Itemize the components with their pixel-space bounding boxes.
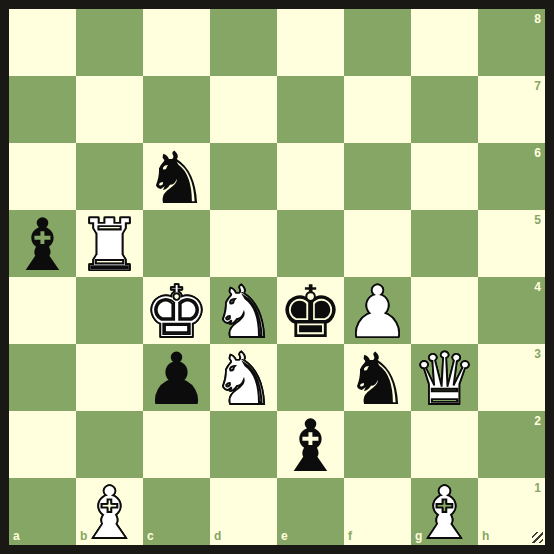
square-e2[interactable]: ♝ <box>277 411 344 478</box>
file-label-d: d <box>214 530 221 542</box>
square-c3[interactable]: ♟ <box>143 344 210 411</box>
square-f5[interactable] <box>344 210 411 277</box>
square-h5[interactable]: 5 <box>478 210 545 277</box>
square-c4[interactable]: ♚ <box>143 277 210 344</box>
square-e5[interactable] <box>277 210 344 277</box>
square-g2[interactable] <box>411 411 478 478</box>
file-label-c: c <box>147 530 154 542</box>
square-d3[interactable]: ♞ <box>210 344 277 411</box>
square-e4[interactable]: ♚ <box>277 277 344 344</box>
piece-black-king[interactable]: ♚ <box>278 279 343 346</box>
piece-white-pawn[interactable]: ♟ <box>345 279 410 346</box>
rank-label-1: 1 <box>534 482 541 494</box>
square-g6[interactable] <box>411 143 478 210</box>
chessboard-grid: 87♞6♝♜5♚♞♚♟4♟♞♞♛3♝2ab♝cdefg♝1h <box>9 9 545 545</box>
rank-label-2: 2 <box>534 415 541 427</box>
rank-label-8: 8 <box>534 13 541 25</box>
piece-black-knight[interactable]: ♞ <box>345 346 410 413</box>
square-d6[interactable] <box>210 143 277 210</box>
file-label-h: h <box>482 530 489 542</box>
square-a8[interactable] <box>9 9 76 76</box>
square-b6[interactable] <box>76 143 143 210</box>
square-c8[interactable] <box>143 9 210 76</box>
square-b3[interactable] <box>76 344 143 411</box>
square-g8[interactable] <box>411 9 478 76</box>
square-a5[interactable]: ♝ <box>9 210 76 277</box>
square-d2[interactable] <box>210 411 277 478</box>
square-b8[interactable] <box>76 9 143 76</box>
rank-label-6: 6 <box>534 147 541 159</box>
square-b5[interactable]: ♜ <box>76 210 143 277</box>
square-d5[interactable] <box>210 210 277 277</box>
square-b4[interactable] <box>76 277 143 344</box>
piece-black-pawn[interactable]: ♟ <box>144 346 209 413</box>
square-d1[interactable]: d <box>210 478 277 545</box>
piece-white-bishop[interactable]: ♝ <box>77 480 142 547</box>
square-c7[interactable] <box>143 76 210 143</box>
square-a2[interactable] <box>9 411 76 478</box>
square-d8[interactable] <box>210 9 277 76</box>
piece-black-bishop[interactable]: ♝ <box>278 413 343 480</box>
square-b7[interactable] <box>76 76 143 143</box>
square-f2[interactable] <box>344 411 411 478</box>
square-f7[interactable] <box>344 76 411 143</box>
square-h4[interactable]: 4 <box>478 277 545 344</box>
rank-label-3: 3 <box>534 348 541 360</box>
square-h3[interactable]: 3 <box>478 344 545 411</box>
square-h1[interactable]: 1h <box>478 478 545 545</box>
square-h2[interactable]: 2 <box>478 411 545 478</box>
square-h7[interactable]: 7 <box>478 76 545 143</box>
resize-handle-icon[interactable] <box>532 532 543 543</box>
square-a3[interactable] <box>9 344 76 411</box>
square-e1[interactable]: e <box>277 478 344 545</box>
square-e6[interactable] <box>277 143 344 210</box>
square-b2[interactable] <box>76 411 143 478</box>
piece-black-bishop[interactable]: ♝ <box>10 212 75 279</box>
rank-label-4: 4 <box>534 281 541 293</box>
square-c6[interactable]: ♞ <box>143 143 210 210</box>
square-a1[interactable]: a <box>9 478 76 545</box>
piece-white-queen[interactable]: ♛ <box>412 346 477 413</box>
square-g5[interactable] <box>411 210 478 277</box>
rank-label-5: 5 <box>534 214 541 226</box>
square-h6[interactable]: 6 <box>478 143 545 210</box>
square-a6[interactable] <box>9 143 76 210</box>
square-b1[interactable]: b♝ <box>76 478 143 545</box>
square-c5[interactable] <box>143 210 210 277</box>
square-g1[interactable]: g♝ <box>411 478 478 545</box>
square-g4[interactable] <box>411 277 478 344</box>
piece-white-knight[interactable]: ♞ <box>211 346 276 413</box>
square-e8[interactable] <box>277 9 344 76</box>
file-label-e: e <box>281 530 288 542</box>
square-d4[interactable]: ♞ <box>210 277 277 344</box>
piece-white-king[interactable]: ♚ <box>144 279 209 346</box>
square-e7[interactable] <box>277 76 344 143</box>
chessboard: 87♞6♝♜5♚♞♚♟4♟♞♞♛3♝2ab♝cdefg♝1h <box>0 0 554 554</box>
square-d7[interactable] <box>210 76 277 143</box>
piece-white-rook[interactable]: ♜ <box>77 212 142 279</box>
square-a4[interactable] <box>9 277 76 344</box>
square-f6[interactable] <box>344 143 411 210</box>
square-c2[interactable] <box>143 411 210 478</box>
square-h8[interactable]: 8 <box>478 9 545 76</box>
square-g3[interactable]: ♛ <box>411 344 478 411</box>
file-label-f: f <box>348 530 352 542</box>
square-f4[interactable]: ♟ <box>344 277 411 344</box>
square-f8[interactable] <box>344 9 411 76</box>
piece-white-bishop[interactable]: ♝ <box>412 480 477 547</box>
file-label-a: a <box>13 530 20 542</box>
piece-black-knight[interactable]: ♞ <box>144 145 209 212</box>
square-f3[interactable]: ♞ <box>344 344 411 411</box>
rank-label-7: 7 <box>534 80 541 92</box>
square-g7[interactable] <box>411 76 478 143</box>
square-a7[interactable] <box>9 76 76 143</box>
square-c1[interactable]: c <box>143 478 210 545</box>
square-f1[interactable]: f <box>344 478 411 545</box>
square-e3[interactable] <box>277 344 344 411</box>
piece-white-knight[interactable]: ♞ <box>211 279 276 346</box>
